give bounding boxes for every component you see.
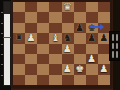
square-e5[interactable]: ♞ <box>62 33 74 43</box>
square-g3[interactable]: ♟ <box>86 54 98 64</box>
eval-bar-tick <box>1 44 3 45</box>
piece-bP-g5[interactable]: ♟ <box>86 33 98 43</box>
square-b4[interactable] <box>25 44 37 54</box>
square-b2[interactable] <box>25 64 37 74</box>
eval-bar-tick <box>1 12 3 13</box>
piece-wP-h2[interactable]: ♟ <box>98 64 110 74</box>
square-e2[interactable]: ♟ <box>62 64 74 74</box>
chess-app: ♛♟♚♜♟♝♞♟♟♟♟♟♚♟ <box>0 0 120 90</box>
square-h2[interactable]: ♟ <box>98 64 110 74</box>
piece-bR-a5[interactable]: ♜ <box>13 33 25 43</box>
square-g5[interactable]: ♟ <box>86 33 98 43</box>
side-button-panel <box>110 32 120 60</box>
square-d5[interactable]: ♝ <box>49 33 61 43</box>
eval-bar <box>0 0 11 90</box>
square-h8[interactable] <box>98 2 110 12</box>
piece-wP-g3[interactable]: ♟ <box>86 54 98 64</box>
square-f8[interactable] <box>74 2 86 12</box>
square-h5[interactable]: ♟ <box>98 33 110 43</box>
square-c4[interactable] <box>37 44 49 54</box>
side-panel-button-4[interactable] <box>116 43 118 50</box>
side-panel-button-5[interactable] <box>112 51 114 58</box>
square-c5[interactable] <box>37 33 49 43</box>
eval-bar-tick <box>1 75 3 76</box>
eval-bar-tick <box>1 33 3 34</box>
square-d7[interactable] <box>49 12 61 22</box>
square-b8[interactable] <box>25 2 37 12</box>
square-g8[interactable] <box>86 2 98 12</box>
square-c7[interactable] <box>37 12 49 22</box>
square-c1[interactable] <box>37 75 49 85</box>
eval-bar-tick <box>1 54 3 55</box>
chess-board[interactable]: ♛♟♚♜♟♝♞♟♟♟♟♟♚♟ <box>13 2 110 85</box>
square-a1[interactable] <box>13 75 25 85</box>
square-d3[interactable] <box>49 54 61 64</box>
square-c2[interactable] <box>37 64 49 74</box>
square-a4[interactable] <box>13 44 25 54</box>
square-h7[interactable] <box>98 12 110 22</box>
square-d2[interactable] <box>49 64 61 74</box>
eval-bar-black-fill <box>4 2 10 14</box>
square-b1[interactable] <box>25 75 37 85</box>
piece-wK-f2[interactable]: ♚ <box>74 64 86 74</box>
square-f4[interactable] <box>74 44 86 54</box>
square-f2[interactable]: ♚ <box>74 64 86 74</box>
piece-wP-e2[interactable]: ♟ <box>62 64 74 74</box>
piece-wP-b5[interactable]: ♟ <box>25 33 37 43</box>
square-b3[interactable] <box>25 54 37 64</box>
side-panel-button-6[interactable] <box>116 51 118 58</box>
piece-wQ-e8[interactable]: ♛ <box>62 2 74 12</box>
side-panel-button-3[interactable] <box>112 43 114 50</box>
square-e1[interactable] <box>62 75 74 85</box>
square-c8[interactable] <box>37 2 49 12</box>
side-panel-button-1[interactable] <box>112 34 114 41</box>
square-b7[interactable] <box>25 12 37 22</box>
square-a3[interactable] <box>13 54 25 64</box>
square-f5[interactable] <box>74 33 86 43</box>
square-h4[interactable] <box>98 44 110 54</box>
eval-bar-track <box>4 2 10 85</box>
square-e7[interactable] <box>62 12 74 22</box>
eval-bar-tick <box>1 64 3 65</box>
square-d8[interactable] <box>49 2 61 12</box>
square-c3[interactable] <box>37 54 49 64</box>
side-panel-button-2[interactable] <box>116 34 118 41</box>
piece-wB-d5[interactable]: ♝ <box>49 33 61 43</box>
square-d1[interactable] <box>49 75 61 85</box>
square-g1[interactable] <box>86 75 98 85</box>
eval-bar-zero-mark <box>3 37 11 38</box>
square-g2[interactable] <box>86 64 98 74</box>
square-a2[interactable] <box>13 64 25 74</box>
square-a5[interactable]: ♜ <box>13 33 25 43</box>
square-d4[interactable] <box>49 44 61 54</box>
square-c6[interactable] <box>37 23 49 33</box>
square-a7[interactable] <box>13 12 25 22</box>
square-a8[interactable] <box>13 2 25 12</box>
piece-bN-e5[interactable]: ♞ <box>62 33 74 43</box>
square-e8[interactable]: ♛ <box>62 2 74 12</box>
square-h1[interactable] <box>98 75 110 85</box>
square-f1[interactable] <box>74 75 86 85</box>
eval-bar-tick <box>1 23 3 24</box>
square-e4[interactable]: ♟ <box>62 44 74 54</box>
piece-bP-h5[interactable]: ♟ <box>98 33 110 43</box>
piece-bP-f6[interactable]: ♟ <box>74 23 86 33</box>
piece-wP-e4[interactable]: ♟ <box>62 44 74 54</box>
square-b5[interactable]: ♟ <box>25 33 37 43</box>
square-f6[interactable]: ♟ <box>74 23 86 33</box>
